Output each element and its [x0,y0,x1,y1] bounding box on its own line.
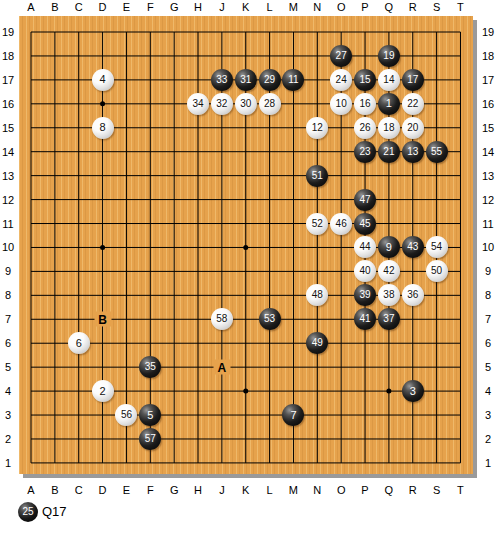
stone-black-43-R10[interactable]: 43 [402,236,424,258]
stone-white-58-J7[interactable]: 58 [211,308,233,330]
move-annotation: 25 Q17 [18,501,67,522]
stone-number: 34 [192,99,203,109]
stone-black-47-P12[interactable]: 47 [354,189,376,211]
stone-number: 31 [240,75,251,85]
stone-number: 23 [359,147,370,157]
stone-black-15-P17[interactable]: 15 [354,69,376,91]
stone-black-5-F3[interactable]: 5 [139,404,161,426]
stone-number: 56 [121,410,132,420]
stone-number: 49 [312,338,323,348]
stone-number: 57 [145,434,156,444]
stone-number: 41 [359,314,370,324]
stone-number: 17 [407,75,418,85]
coord-label-top-L: L [267,1,273,13]
stone-black-55-S14[interactable]: 55 [426,141,448,163]
stone-white-54-S10[interactable]: 54 [426,236,448,258]
stone-number: 37 [383,314,394,324]
stone-white-16-P16[interactable]: 16 [354,93,376,115]
stone-number: 21 [383,147,394,157]
stone-white-6-C6[interactable]: 6 [68,332,90,354]
coord-label-bottom-N: N [313,484,321,496]
coord-label-right-3: 3 [485,409,491,421]
stone-black-1-Q16[interactable]: 1 [378,93,400,115]
stone-black-21-Q14[interactable]: 21 [378,141,400,163]
stone-white-24-O17[interactable]: 24 [330,69,352,91]
coord-label-right-5: 5 [485,361,491,373]
coord-label-top-D: D [99,1,107,13]
stone-white-46-O11[interactable]: 46 [330,213,352,235]
stone-white-52-N11[interactable]: 52 [306,213,328,235]
stone-number: 35 [145,362,156,372]
coord-label-top-H: H [194,1,202,13]
coord-label-top-O: O [337,1,346,13]
point-marker-A-J5[interactable]: A [213,360,230,375]
coord-label-right-11: 11 [482,218,493,230]
stone-white-18-Q15[interactable]: 18 [378,117,400,139]
stone-black-19-Q18[interactable]: 19 [378,45,400,67]
coord-label-bottom-O: O [337,484,346,496]
caption-black-stone: 25 [18,502,38,522]
stone-black-23-P14[interactable]: 23 [354,141,376,163]
coord-label-left-1: 1 [5,457,11,469]
star-point-D16 [100,101,105,106]
stone-black-39-P8[interactable]: 39 [354,284,376,306]
coord-label-left-15: 15 [2,122,14,134]
stone-white-32-J16[interactable]: 32 [211,93,233,115]
stone-number: 18 [383,123,394,133]
coord-label-top-F: F [147,1,154,13]
stone-black-3-R4[interactable]: 3 [402,380,424,402]
coord-label-right-15: 15 [482,122,494,134]
stone-number: 24 [336,75,347,85]
star-point-K4 [243,389,248,394]
coord-label-right-13: 13 [482,170,494,182]
coord-label-left-12: 12 [2,194,14,206]
coord-label-bottom-A: A [27,484,34,496]
stone-number: 6 [76,338,82,349]
stone-number: 29 [264,75,275,85]
stone-number: 10 [336,99,347,109]
stone-white-42-Q9[interactable]: 42 [378,260,400,282]
coord-label-bottom-D: D [99,484,107,496]
coord-label-bottom-C: C [75,484,83,496]
stone-number: 5 [147,410,153,421]
coord-label-right-17: 17 [482,74,494,86]
stone-white-20-R15[interactable]: 20 [402,117,424,139]
stone-white-56-E3[interactable]: 56 [115,404,137,426]
star-point-Q4 [386,389,391,394]
stone-white-30-K16[interactable]: 30 [235,93,257,115]
coord-label-bottom-B: B [51,484,58,496]
stone-black-53-L7[interactable]: 53 [259,308,281,330]
stone-white-12-N15[interactable]: 12 [306,117,328,139]
coord-label-right-6: 6 [485,337,491,349]
stone-number: 15 [359,75,370,85]
coord-label-left-14: 14 [2,146,14,158]
stone-number: 20 [407,123,418,133]
coord-label-top-B: B [51,1,58,13]
stone-number: 2 [100,386,106,397]
stone-black-45-P11[interactable]: 45 [354,213,376,235]
coord-label-right-16: 16 [482,98,494,110]
caption-location: Q17 [42,504,67,519]
coord-label-top-T: T [457,1,464,13]
stone-number: 58 [216,314,227,324]
stone-black-51-N13[interactable]: 51 [306,165,328,187]
coord-label-right-10: 10 [482,241,494,253]
stone-number: 8 [100,122,106,133]
stone-number: 53 [264,314,275,324]
coord-label-bottom-L: L [267,484,273,496]
coord-label-bottom-H: H [194,484,202,496]
coord-label-left-16: 16 [2,98,14,110]
coord-label-top-G: G [170,1,179,13]
coord-label-right-7: 7 [485,313,491,325]
stone-number: 51 [312,171,323,181]
coord-label-top-J: J [219,1,225,13]
stone-white-4-D17[interactable]: 4 [92,69,114,91]
stone-number: 1 [386,98,392,109]
coord-label-left-4: 4 [5,385,11,397]
stone-black-7-M3[interactable]: 7 [282,404,304,426]
stone-white-2-D4[interactable]: 2 [92,380,114,402]
coord-label-right-14: 14 [482,146,494,158]
caption-move-number: 25 [22,506,33,517]
stone-number: 42 [383,266,394,276]
coord-label-left-7: 7 [5,313,11,325]
coord-label-right-12: 12 [482,194,494,206]
stone-number: 27 [336,51,347,61]
coord-label-top-M: M [289,1,298,13]
stone-number: 54 [431,242,442,252]
stone-white-22-R16[interactable]: 22 [402,93,424,115]
coord-label-top-C: C [75,1,83,13]
stone-number: 16 [359,99,370,109]
stone-number: 32 [216,99,227,109]
stone-white-14-Q17[interactable]: 14 [378,69,400,91]
coord-label-top-E: E [123,1,130,13]
stone-black-11-M17[interactable]: 11 [282,69,304,91]
stone-number: 47 [359,195,370,205]
coord-label-top-K: K [242,1,249,13]
stone-white-8-D15[interactable]: 8 [92,117,114,139]
coord-label-top-N: N [313,1,321,13]
coord-label-bottom-R: R [409,484,417,496]
coord-label-bottom-T: T [457,484,464,496]
stone-number: 50 [431,266,442,276]
stone-number: 11 [288,75,298,85]
stone-white-34-H16[interactable]: 34 [187,93,209,115]
stone-number: 39 [359,290,370,300]
coord-label-top-R: R [409,1,417,13]
coord-label-bottom-F: F [147,484,154,496]
stone-number: 22 [407,99,418,109]
stone-black-33-J17[interactable]: 33 [211,69,233,91]
stone-number: 45 [359,219,370,229]
stone-number: 55 [431,147,442,157]
coord-label-left-2: 2 [5,433,11,445]
stone-white-26-P15[interactable]: 26 [354,117,376,139]
coord-label-left-17: 17 [2,74,14,86]
stone-number: 33 [216,75,227,85]
coord-label-left-8: 8 [5,289,11,301]
coord-label-bottom-M: M [289,484,298,496]
stone-number: 46 [336,219,347,229]
stone-white-36-R8[interactable]: 36 [402,284,424,306]
coord-label-bottom-J: J [219,484,225,496]
coord-label-bottom-S: S [433,484,440,496]
stone-number: 14 [383,75,394,85]
stone-white-48-N8[interactable]: 48 [306,284,328,306]
stone-number: 48 [312,290,323,300]
coord-label-top-Q: Q [385,1,394,13]
coord-label-right-9: 9 [485,265,491,277]
stone-number: 19 [383,51,394,61]
go-kifu-diagram: AABBCCDDEEFFGGHHJJKKLLMMNNOOPPQQRRSSTT19… [0,0,500,537]
coord-label-left-11: 11 [2,218,13,230]
stone-black-27-O18[interactable]: 27 [330,45,352,67]
coord-label-left-18: 18 [2,50,14,62]
stone-black-37-Q7[interactable]: 37 [378,308,400,330]
stone-number: 38 [383,290,394,300]
stone-number: 26 [359,123,370,133]
stone-white-50-S9[interactable]: 50 [426,260,448,282]
stone-number: 7 [290,410,296,421]
coord-label-right-19: 19 [482,26,494,38]
stone-black-35-F5[interactable]: 35 [139,356,161,378]
coord-label-left-3: 3 [5,409,11,421]
stone-number: 28 [264,99,275,109]
coord-label-bottom-P: P [361,484,368,496]
stone-number: 3 [410,386,416,397]
coord-label-left-19: 19 [2,26,14,38]
stone-number: 30 [240,99,251,109]
star-point-K10 [243,245,248,250]
stone-black-31-K17[interactable]: 31 [235,69,257,91]
coord-label-right-8: 8 [485,289,491,301]
stone-white-10-O16[interactable]: 10 [330,93,352,115]
coord-label-bottom-G: G [170,484,179,496]
stone-number: 43 [407,242,418,252]
coord-label-left-9: 9 [5,265,11,277]
coord-label-top-P: P [361,1,368,13]
stone-number: 36 [407,290,418,300]
point-marker-B-D7[interactable]: B [94,312,111,327]
stone-number: 9 [386,242,392,253]
coord-label-left-5: 5 [5,361,11,373]
stone-black-13-R14[interactable]: 13 [402,141,424,163]
coord-label-right-1: 1 [485,457,491,469]
coord-label-right-4: 4 [485,385,491,397]
stone-black-57-F2[interactable]: 57 [139,428,161,450]
stone-number: 12 [312,123,323,133]
coord-label-bottom-K: K [242,484,249,496]
stone-white-44-P10[interactable]: 44 [354,236,376,258]
coord-label-left-6: 6 [5,337,11,349]
stone-number: 44 [359,242,370,252]
stone-number: 40 [359,266,370,276]
stone-number: 52 [312,219,323,229]
coord-label-left-10: 10 [2,241,14,253]
star-point-D10 [100,245,105,250]
stone-black-9-Q10[interactable]: 9 [378,236,400,258]
stone-white-40-P9[interactable]: 40 [354,260,376,282]
stone-black-29-L17[interactable]: 29 [259,69,281,91]
coord-label-bottom-E: E [123,484,130,496]
stone-white-38-Q8[interactable]: 38 [378,284,400,306]
coord-label-top-S: S [433,1,440,13]
coord-label-bottom-Q: Q [385,484,394,496]
stone-white-28-L16[interactable]: 28 [259,93,281,115]
coord-label-left-13: 13 [2,170,14,182]
stone-number: 4 [100,74,106,85]
stone-black-41-P7[interactable]: 41 [354,308,376,330]
coord-label-right-2: 2 [485,433,491,445]
coord-label-right-18: 18 [482,50,494,62]
stone-black-17-R17[interactable]: 17 [402,69,424,91]
stone-number: 13 [407,147,418,157]
stone-black-49-N6[interactable]: 49 [306,332,328,354]
coord-label-top-A: A [27,1,34,13]
